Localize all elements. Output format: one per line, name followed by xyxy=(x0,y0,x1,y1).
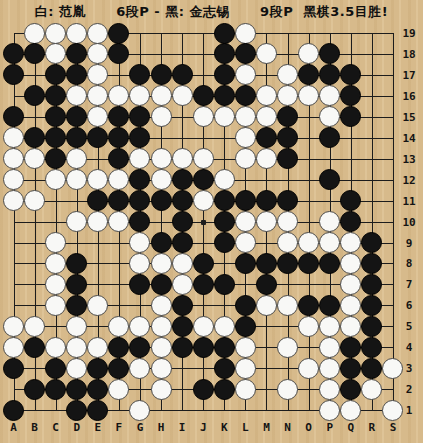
black-stone xyxy=(340,106,361,127)
row-label: 14 xyxy=(402,131,415,144)
row-label: 9 xyxy=(406,236,413,249)
black-stone xyxy=(214,211,235,232)
white-stone xyxy=(151,337,172,358)
black-stone xyxy=(129,274,150,295)
white-stone xyxy=(256,43,277,64)
black-stone xyxy=(277,253,298,274)
black-stone xyxy=(361,295,382,316)
black-stone xyxy=(193,169,214,190)
black-stone xyxy=(108,23,129,44)
white-stone xyxy=(66,337,87,358)
white-stone xyxy=(87,169,108,190)
white-stone xyxy=(193,316,214,337)
white-stone xyxy=(45,253,66,274)
white-stone xyxy=(45,232,66,253)
black-stone xyxy=(3,64,24,85)
white-stone xyxy=(3,127,24,148)
white-stone xyxy=(256,295,277,316)
black-stone xyxy=(214,85,235,106)
white-stone xyxy=(87,43,108,64)
white-stone xyxy=(277,295,298,316)
white-stone xyxy=(277,64,298,85)
black-stone xyxy=(87,379,108,400)
column-label: O xyxy=(305,421,312,434)
white-stone xyxy=(319,211,340,232)
column-label: G xyxy=(137,421,144,434)
white-stone xyxy=(151,169,172,190)
white-stone xyxy=(66,169,87,190)
white-stone xyxy=(319,232,340,253)
column-label: C xyxy=(52,421,59,434)
column-label: P xyxy=(326,421,333,434)
black-stone xyxy=(214,190,235,211)
black-stone xyxy=(361,316,382,337)
black-stone xyxy=(45,64,66,85)
white-stone xyxy=(193,148,214,169)
black-stone xyxy=(361,253,382,274)
black-stone xyxy=(45,106,66,127)
black-stone xyxy=(108,337,129,358)
black-stone xyxy=(172,64,193,85)
black-stone xyxy=(298,253,319,274)
black-stone xyxy=(277,190,298,211)
white-stone xyxy=(151,85,172,106)
white-stone xyxy=(108,211,129,232)
star-point xyxy=(201,220,206,225)
white-stone xyxy=(277,211,298,232)
black-stone xyxy=(319,64,340,85)
white-stone xyxy=(129,148,150,169)
row-label: 10 xyxy=(402,215,415,228)
white-stone xyxy=(3,316,24,337)
black-stone xyxy=(45,358,66,379)
black-stone xyxy=(361,232,382,253)
white-stone xyxy=(277,232,298,253)
white-stone xyxy=(129,316,150,337)
black-stone xyxy=(3,358,24,379)
black-stone xyxy=(277,127,298,148)
white-stone xyxy=(24,148,45,169)
black-stone xyxy=(45,85,66,106)
row-label: 2 xyxy=(406,383,413,396)
black-stone xyxy=(66,400,87,421)
black-stone xyxy=(172,295,193,316)
row-label: 7 xyxy=(406,278,413,291)
black-stone xyxy=(172,190,193,211)
white-stone xyxy=(193,106,214,127)
white-stone xyxy=(3,337,24,358)
white-stone xyxy=(298,358,319,379)
black-stone xyxy=(172,169,193,190)
black-stone xyxy=(298,295,319,316)
black-stone xyxy=(45,127,66,148)
white-stone xyxy=(24,23,45,44)
white-stone xyxy=(235,337,256,358)
black-stone xyxy=(24,379,45,400)
black-stone xyxy=(3,400,24,421)
black-stone xyxy=(214,64,235,85)
white-stone xyxy=(235,106,256,127)
column-label: B xyxy=(31,421,38,434)
black-stone xyxy=(340,358,361,379)
black-stone xyxy=(298,64,319,85)
white-stone xyxy=(151,148,172,169)
white-stone xyxy=(235,211,256,232)
black-stone xyxy=(3,43,24,64)
black-stone xyxy=(361,358,382,379)
white-stone xyxy=(45,295,66,316)
white-stone xyxy=(235,379,256,400)
column-label: Q xyxy=(347,421,354,434)
black-stone xyxy=(151,64,172,85)
column-label: N xyxy=(284,421,291,434)
black-stone xyxy=(87,190,108,211)
black-stone xyxy=(340,190,361,211)
white-stone xyxy=(340,274,361,295)
column-label: F xyxy=(116,421,123,434)
black-stone xyxy=(66,295,87,316)
black-stone xyxy=(108,43,129,64)
white-stone xyxy=(172,274,193,295)
white-stone xyxy=(172,253,193,274)
column-label: D xyxy=(73,421,80,434)
grid-line-vertical xyxy=(393,33,394,411)
column-label: L xyxy=(242,421,249,434)
black-stone xyxy=(256,127,277,148)
white-stone xyxy=(151,253,172,274)
black-stone xyxy=(129,127,150,148)
black-stone xyxy=(129,337,150,358)
white-stone xyxy=(319,400,340,421)
white-stone xyxy=(235,23,256,44)
white-stone xyxy=(108,85,129,106)
white-stone xyxy=(235,127,256,148)
white-stone xyxy=(129,400,150,421)
column-label: R xyxy=(369,421,376,434)
black-stone xyxy=(319,43,340,64)
black-stone xyxy=(172,211,193,232)
white-stone xyxy=(172,85,193,106)
black-stone xyxy=(340,211,361,232)
black-stone xyxy=(129,64,150,85)
column-label: E xyxy=(95,421,102,434)
black-stone xyxy=(66,127,87,148)
white-stone xyxy=(256,211,277,232)
white-stone xyxy=(298,85,319,106)
row-label: 5 xyxy=(406,320,413,333)
white-stone xyxy=(214,169,235,190)
white-stone xyxy=(298,232,319,253)
row-label: 19 xyxy=(402,27,415,40)
row-label: 1 xyxy=(406,404,413,417)
white-stone xyxy=(319,379,340,400)
black-stone xyxy=(214,232,235,253)
black-stone xyxy=(3,106,24,127)
white-stone xyxy=(66,23,87,44)
row-label: 3 xyxy=(406,362,413,375)
go-game-viewer: 白: 范胤 6段P - 黑: 金志锡 9段P 黑棋3.5目胜! ABCDEFGH… xyxy=(0,0,423,443)
black-stone xyxy=(319,253,340,274)
white-stone xyxy=(151,379,172,400)
column-label: I xyxy=(179,421,186,434)
black-stone xyxy=(340,337,361,358)
black-stone xyxy=(256,190,277,211)
white-stone xyxy=(87,295,108,316)
black-stone xyxy=(235,190,256,211)
white-stone xyxy=(3,148,24,169)
black-stone xyxy=(193,337,214,358)
white-stone xyxy=(235,64,256,85)
black-stone xyxy=(193,253,214,274)
black-stone xyxy=(66,43,87,64)
white-stone xyxy=(340,316,361,337)
black-stone xyxy=(256,253,277,274)
row-label: 6 xyxy=(406,299,413,312)
white-stone xyxy=(172,148,193,169)
black-stone xyxy=(108,358,129,379)
black-stone xyxy=(129,169,150,190)
white-stone xyxy=(340,295,361,316)
row-label: 13 xyxy=(402,152,415,165)
row-label: 15 xyxy=(402,110,415,123)
white-stone xyxy=(66,211,87,232)
black-stone xyxy=(108,106,129,127)
black-stone xyxy=(45,148,66,169)
black-stone xyxy=(214,337,235,358)
white-stone xyxy=(108,169,129,190)
black-stone xyxy=(24,337,45,358)
black-stone xyxy=(151,274,172,295)
row-label: 8 xyxy=(406,257,413,270)
black-stone xyxy=(340,379,361,400)
white-stone xyxy=(87,85,108,106)
white-stone xyxy=(108,379,129,400)
black-stone xyxy=(235,85,256,106)
white-stone xyxy=(382,358,403,379)
white-stone xyxy=(66,148,87,169)
black-stone xyxy=(319,127,340,148)
black-stone xyxy=(129,190,150,211)
white-stone xyxy=(340,400,361,421)
white-stone xyxy=(298,43,319,64)
white-stone xyxy=(235,358,256,379)
black-stone xyxy=(172,316,193,337)
white-stone xyxy=(24,316,45,337)
black-stone xyxy=(193,379,214,400)
black-stone xyxy=(45,379,66,400)
white-stone xyxy=(319,316,340,337)
white-stone xyxy=(24,190,45,211)
white-stone xyxy=(235,148,256,169)
black-stone xyxy=(361,337,382,358)
black-stone xyxy=(87,127,108,148)
black-stone xyxy=(129,211,150,232)
white-stone xyxy=(87,211,108,232)
row-label: 17 xyxy=(402,68,415,81)
black-stone xyxy=(235,43,256,64)
black-stone xyxy=(235,253,256,274)
row-label: 12 xyxy=(402,173,415,186)
black-stone xyxy=(66,106,87,127)
white-stone xyxy=(277,85,298,106)
black-stone xyxy=(108,148,129,169)
white-stone xyxy=(361,379,382,400)
game-info-header: 白: 范胤 6段P - 黑: 金志锡 9段P 黑棋3.5目胜! xyxy=(0,3,423,21)
white-stone xyxy=(87,337,108,358)
black-stone xyxy=(151,232,172,253)
column-label: S xyxy=(390,421,397,434)
black-stone xyxy=(193,85,214,106)
black-stone xyxy=(108,190,129,211)
white-stone xyxy=(298,316,319,337)
black-stone xyxy=(172,337,193,358)
white-stone xyxy=(87,23,108,44)
black-stone xyxy=(193,274,214,295)
white-stone xyxy=(129,253,150,274)
black-stone xyxy=(66,379,87,400)
black-stone xyxy=(24,127,45,148)
white-stone xyxy=(3,169,24,190)
white-stone xyxy=(319,85,340,106)
black-stone xyxy=(214,43,235,64)
black-stone xyxy=(66,274,87,295)
row-label: 18 xyxy=(402,47,415,60)
white-stone xyxy=(129,358,150,379)
white-stone xyxy=(319,337,340,358)
black-stone xyxy=(24,85,45,106)
black-stone xyxy=(277,148,298,169)
black-stone xyxy=(319,295,340,316)
white-stone xyxy=(45,169,66,190)
white-stone xyxy=(66,85,87,106)
black-stone xyxy=(235,316,256,337)
white-stone xyxy=(45,274,66,295)
white-stone xyxy=(129,232,150,253)
white-stone xyxy=(87,64,108,85)
black-stone xyxy=(214,274,235,295)
white-stone xyxy=(214,316,235,337)
white-stone xyxy=(340,232,361,253)
white-stone xyxy=(151,295,172,316)
black-stone xyxy=(214,358,235,379)
black-stone xyxy=(214,23,235,44)
row-label: 16 xyxy=(402,89,415,102)
black-stone xyxy=(87,400,108,421)
black-stone xyxy=(214,379,235,400)
white-stone xyxy=(382,400,403,421)
black-stone xyxy=(340,64,361,85)
white-stone xyxy=(66,316,87,337)
column-label: A xyxy=(10,421,17,434)
white-stone xyxy=(129,85,150,106)
black-stone xyxy=(87,358,108,379)
white-stone xyxy=(340,253,361,274)
black-stone xyxy=(319,169,340,190)
white-stone xyxy=(214,106,235,127)
white-stone xyxy=(45,43,66,64)
column-label: H xyxy=(158,421,165,434)
black-stone xyxy=(340,85,361,106)
white-stone xyxy=(45,23,66,44)
white-stone xyxy=(277,337,298,358)
black-stone xyxy=(108,127,129,148)
white-stone xyxy=(319,358,340,379)
white-stone xyxy=(87,106,108,127)
white-stone xyxy=(256,106,277,127)
black-stone xyxy=(361,274,382,295)
black-stone xyxy=(129,106,150,127)
row-label: 11 xyxy=(402,194,415,207)
white-stone xyxy=(193,190,214,211)
white-stone xyxy=(319,106,340,127)
black-stone xyxy=(24,43,45,64)
white-stone xyxy=(151,316,172,337)
row-label: 4 xyxy=(406,341,413,354)
white-stone xyxy=(108,316,129,337)
white-stone xyxy=(151,358,172,379)
white-stone xyxy=(256,148,277,169)
column-label: K xyxy=(221,421,228,434)
black-stone xyxy=(172,232,193,253)
white-stone xyxy=(45,337,66,358)
black-stone xyxy=(235,295,256,316)
white-stone xyxy=(3,190,24,211)
white-stone xyxy=(256,85,277,106)
black-stone xyxy=(66,64,87,85)
black-stone xyxy=(66,253,87,274)
white-stone xyxy=(151,106,172,127)
column-label: J xyxy=(200,421,207,434)
black-stone xyxy=(277,106,298,127)
white-stone xyxy=(277,379,298,400)
white-stone xyxy=(66,358,87,379)
column-label: M xyxy=(263,421,270,434)
white-stone xyxy=(235,232,256,253)
black-stone xyxy=(256,274,277,295)
black-stone xyxy=(151,190,172,211)
